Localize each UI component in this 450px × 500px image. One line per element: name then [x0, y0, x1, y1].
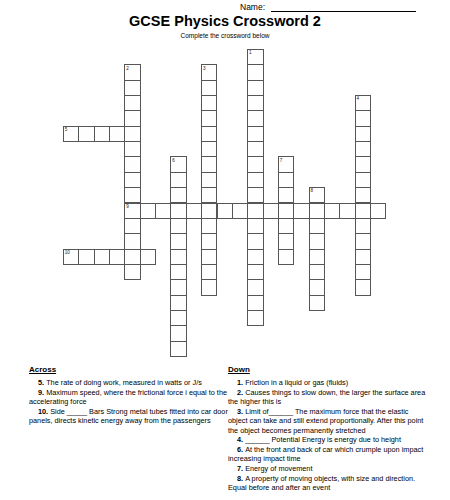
grid-cell[interactable] [170, 187, 186, 203]
grid-cell[interactable] [170, 203, 186, 219]
clue-number: 7. [237, 464, 245, 473]
grid-cell[interactable] [201, 249, 217, 265]
grid-cell[interactable] [370, 203, 386, 219]
grid-cell[interactable]: 5 [63, 126, 79, 142]
grid-cell[interactable] [278, 203, 294, 219]
grid-cell[interactable] [170, 249, 186, 265]
grid-cell[interactable] [278, 233, 294, 249]
grid-cell[interactable] [170, 172, 186, 188]
grid-cell[interactable] [124, 141, 140, 157]
name-label: Name: [240, 2, 265, 12]
cell-number: 10 [65, 250, 70, 255]
grid-cell[interactable] [293, 203, 309, 219]
grid-cell[interactable] [247, 310, 263, 326]
grid-cell[interactable] [355, 264, 371, 280]
grid-cell[interactable] [170, 325, 186, 341]
grid-cell[interactable] [247, 156, 263, 172]
grid-cell[interactable] [201, 187, 217, 203]
down-clues-section: Down 1. Friction in a liquid or gas (flu… [228, 365, 428, 493]
clue-number: 5. [38, 378, 46, 387]
grid-cell[interactable] [309, 203, 325, 219]
cell-number: 5 [65, 127, 68, 132]
cell-number: 8 [310, 188, 313, 193]
across-clues-section: Across 5. The rate of doing work, measur… [29, 365, 229, 426]
grid-cell[interactable] [247, 187, 263, 203]
clue-number: 9. [38, 388, 46, 397]
grid-cell[interactable] [355, 172, 371, 188]
grid-cell[interactable] [201, 279, 217, 295]
grid-cell[interactable] [124, 264, 140, 280]
grid-cell[interactable] [355, 126, 371, 142]
grid-cell[interactable] [78, 249, 94, 265]
clue-down-1: 1. Friction in a liquid or gas (fluids) [228, 378, 428, 388]
clue-number: 1. [237, 378, 245, 387]
grid-cell[interactable] [140, 203, 156, 219]
grid-cell[interactable] [247, 95, 263, 111]
clue-across-9: 9. Maximum speed, where the frictional f… [29, 388, 229, 407]
grid-cell[interactable] [278, 187, 294, 203]
grid-cell[interactable] [170, 295, 186, 311]
grid-cell[interactable] [309, 279, 325, 295]
grid-cell[interactable] [355, 218, 371, 234]
grid-cell[interactable] [247, 141, 263, 157]
grid-cell[interactable] [263, 203, 279, 219]
grid-cell[interactable] [124, 187, 140, 203]
grid-cell[interactable]: 1 [247, 49, 263, 65]
grid-cell[interactable] [339, 203, 355, 219]
grid-cell[interactable] [355, 187, 371, 203]
grid-cell[interactable] [124, 249, 140, 265]
grid-cell[interactable] [247, 126, 263, 142]
cell-number: 9 [126, 204, 129, 209]
grid-cell[interactable]: 9 [124, 203, 140, 219]
clue-number: 4. [237, 435, 245, 444]
grid-cell[interactable] [124, 95, 140, 111]
grid-cell[interactable] [155, 203, 171, 219]
grid-cell[interactable] [170, 279, 186, 295]
grid-cell[interactable] [324, 203, 340, 219]
grid-cell[interactable] [217, 203, 233, 219]
page-title: GCSE Physics Crossword 2 [0, 13, 450, 29]
page-subtitle: Complete the crossword below [0, 32, 450, 39]
grid-cell[interactable]: 3 [201, 64, 217, 80]
grid-cell[interactable] [78, 126, 94, 142]
down-heading: Down [228, 365, 428, 375]
grid-cell[interactable] [247, 80, 263, 96]
grid-cell[interactable] [247, 295, 263, 311]
grid-cell[interactable] [201, 156, 217, 172]
grid-cell[interactable] [201, 110, 217, 126]
grid-cell[interactable] [94, 249, 110, 265]
grid-cell[interactable]: 6 [170, 156, 186, 172]
grid-cell[interactable] [247, 264, 263, 280]
clue-down-8: 8. A property of moving objects, with si… [228, 474, 428, 493]
grid-cell[interactable] [201, 218, 217, 234]
grid-cell[interactable] [170, 310, 186, 326]
cell-number: 3 [203, 66, 206, 71]
grid-cell[interactable] [201, 141, 217, 157]
grid-cell[interactable] [247, 218, 263, 234]
grid-cell[interactable] [124, 218, 140, 234]
grid-cell[interactable]: 8 [309, 187, 325, 203]
grid-cell[interactable]: 2 [124, 64, 140, 80]
across-clue-list: 5. The rate of doing work, measured in w… [29, 378, 229, 426]
grid-cell[interactable]: 4 [355, 95, 371, 111]
grid-cell[interactable] [247, 64, 263, 80]
clue-down-4: 4. ______ Potential Energy is energy due… [228, 435, 428, 445]
cell-number: 4 [356, 96, 359, 101]
grid-cell[interactable] [247, 279, 263, 295]
grid-cell[interactable] [247, 249, 263, 265]
down-clue-list: 1. Friction in a liquid or gas (fluids)2… [228, 378, 428, 493]
grid-cell[interactable] [201, 172, 217, 188]
grid-cell[interactable] [278, 218, 294, 234]
grid-cell[interactable] [232, 203, 248, 219]
grid-cell[interactable] [309, 218, 325, 234]
clue-number: 8. [237, 474, 245, 483]
grid-cell[interactable] [124, 233, 140, 249]
grid-cell[interactable] [278, 172, 294, 188]
clue-number: 10. [38, 407, 50, 416]
grid-cell[interactable] [109, 126, 125, 142]
grid-cell[interactable] [201, 233, 217, 249]
cell-number: 6 [172, 158, 175, 163]
grid-cell[interactable] [124, 110, 140, 126]
grid-cell[interactable] [140, 249, 156, 265]
grid-cell[interactable] [124, 172, 140, 188]
grid-cell[interactable] [355, 249, 371, 265]
grid-cell[interactable] [201, 80, 217, 96]
cell-number: 2 [126, 66, 129, 71]
grid-cell[interactable] [201, 95, 217, 111]
grid-cell[interactable] [309, 295, 325, 311]
grid-cell[interactable] [201, 264, 217, 280]
grid-cell[interactable] [247, 233, 263, 249]
across-heading: Across [29, 365, 229, 375]
grid-cell[interactable] [170, 341, 186, 357]
grid-cell[interactable] [247, 172, 263, 188]
clue-number: 2. [237, 388, 245, 397]
cell-number: 7 [280, 158, 283, 163]
clue-across-10: 10. Side _____ Bars Strong metal tubes f… [29, 407, 229, 426]
grid-cell[interactable]: 7 [278, 156, 294, 172]
grid-cell[interactable] [355, 156, 371, 172]
clue-across-5: 5. The rate of doing work, measured in w… [29, 378, 229, 388]
grid-cell[interactable] [355, 110, 371, 126]
grid-cell[interactable] [124, 156, 140, 172]
grid-cell[interactable] [201, 126, 217, 142]
grid-cell[interactable] [186, 203, 202, 219]
grid-cell[interactable] [355, 203, 371, 219]
clue-down-2: 2. Causes things to slow down, the large… [228, 388, 428, 407]
grid-cell[interactable] [109, 249, 125, 265]
clue-down-6: 6. At the front and back of car which cr… [228, 445, 428, 464]
grid-cell[interactable]: 10 [63, 249, 79, 265]
grid-cell[interactable] [170, 233, 186, 249]
grid-cell[interactable] [247, 203, 263, 219]
name-underline-field[interactable] [271, 2, 416, 12]
cell-number: 1 [249, 50, 252, 55]
grid-cell[interactable] [309, 249, 325, 265]
grid-cell[interactable] [355, 233, 371, 249]
grid-cell[interactable] [355, 279, 371, 295]
grid-cell[interactable] [170, 264, 186, 280]
clue-down-3: 3. Limit of______ The maximum force that… [228, 407, 428, 436]
clue-number: 6. [237, 445, 245, 454]
clue-down-7: 7. Energy of movement [228, 464, 428, 474]
grid-cell[interactable] [309, 233, 325, 249]
grid-cell[interactable] [124, 126, 140, 142]
grid-cell[interactable] [278, 249, 294, 265]
grid-cell[interactable] [201, 203, 217, 219]
grid-cell[interactable] [94, 126, 110, 142]
grid-cell[interactable] [355, 141, 371, 157]
grid-cell[interactable] [309, 264, 325, 280]
clue-number: 3. [237, 407, 245, 416]
grid-cell[interactable] [247, 110, 263, 126]
grid-cell[interactable] [170, 218, 186, 234]
grid-cell[interactable] [124, 80, 140, 96]
